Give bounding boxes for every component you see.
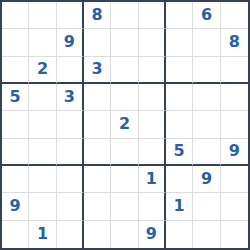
cell-r7c7[interactable]: [166, 166, 193, 193]
cell-r8c1[interactable]: 9: [2, 193, 29, 220]
cell-r3c5[interactable]: [111, 57, 138, 84]
cell-r6c3[interactable]: [57, 139, 84, 166]
cell-r1c8[interactable]: 6: [193, 2, 220, 29]
cell-r5c3[interactable]: [57, 111, 84, 138]
cell-r4c8[interactable]: [193, 84, 220, 111]
cell-r3c9[interactable]: [221, 57, 248, 84]
cell-r6c4[interactable]: [84, 139, 111, 166]
cell-r3c1[interactable]: [2, 57, 29, 84]
cell-r2c8[interactable]: [193, 29, 220, 56]
cell-r4c6[interactable]: [139, 84, 166, 111]
cell-r9c1[interactable]: [2, 221, 29, 248]
cell-r5c7[interactable]: [166, 111, 193, 138]
cell-r2c2[interactable]: [29, 29, 56, 56]
cell-r8c7[interactable]: 1: [166, 193, 193, 220]
cell-r8c9[interactable]: [221, 193, 248, 220]
cell-r2c5[interactable]: [111, 29, 138, 56]
cell-r8c6[interactable]: [139, 193, 166, 220]
cell-r6c8[interactable]: [193, 139, 220, 166]
cell-r3c8[interactable]: [193, 57, 220, 84]
cell-r8c5[interactable]: [111, 193, 138, 220]
cell-r5c4[interactable]: [84, 111, 111, 138]
cell-r3c6[interactable]: [139, 57, 166, 84]
cell-r1c9[interactable]: [221, 2, 248, 29]
cell-r1c2[interactable]: [29, 2, 56, 29]
cell-r8c2[interactable]: [29, 193, 56, 220]
cell-r1c7[interactable]: [166, 2, 193, 29]
cell-r9c4[interactable]: [84, 221, 111, 248]
cell-r6c5[interactable]: [111, 139, 138, 166]
cell-r9c6[interactable]: 9: [139, 221, 166, 248]
cell-r3c3[interactable]: [57, 57, 84, 84]
cell-r1c4[interactable]: 8: [84, 2, 111, 29]
cell-r9c3[interactable]: [57, 221, 84, 248]
cell-r6c9[interactable]: 9: [221, 139, 248, 166]
cell-r4c7[interactable]: [166, 84, 193, 111]
cell-r3c4[interactable]: 3: [84, 57, 111, 84]
cell-r3c2[interactable]: 2: [29, 57, 56, 84]
cell-r9c7[interactable]: [166, 221, 193, 248]
cell-r6c7[interactable]: 5: [166, 139, 193, 166]
cell-r2c9[interactable]: 8: [221, 29, 248, 56]
cell-r5c1[interactable]: [2, 111, 29, 138]
cell-r3c7[interactable]: [166, 57, 193, 84]
cell-r2c4[interactable]: [84, 29, 111, 56]
cell-r6c6[interactable]: [139, 139, 166, 166]
cell-r7c8[interactable]: 9: [193, 166, 220, 193]
cell-r7c6[interactable]: 1: [139, 166, 166, 193]
cell-r5c6[interactable]: [139, 111, 166, 138]
cell-r4c2[interactable]: [29, 84, 56, 111]
cell-r1c6[interactable]: [139, 2, 166, 29]
cell-r4c4[interactable]: [84, 84, 111, 111]
cell-r6c2[interactable]: [29, 139, 56, 166]
cell-r5c8[interactable]: [193, 111, 220, 138]
cell-r7c1[interactable]: [2, 166, 29, 193]
cell-r9c5[interactable]: [111, 221, 138, 248]
sudoku-board: 86982353259199119: [0, 0, 250, 250]
cell-r4c3[interactable]: 3: [57, 84, 84, 111]
cell-r4c9[interactable]: [221, 84, 248, 111]
cell-r8c3[interactable]: [57, 193, 84, 220]
cell-r6c1[interactable]: [2, 139, 29, 166]
cell-r9c8[interactable]: [193, 221, 220, 248]
cell-r2c1[interactable]: [2, 29, 29, 56]
cell-r7c2[interactable]: [29, 166, 56, 193]
cell-r5c2[interactable]: [29, 111, 56, 138]
cell-r4c5[interactable]: [111, 84, 138, 111]
cell-r2c6[interactable]: [139, 29, 166, 56]
cell-r5c9[interactable]: [221, 111, 248, 138]
cell-r2c7[interactable]: [166, 29, 193, 56]
cell-r8c8[interactable]: [193, 193, 220, 220]
cell-r7c9[interactable]: [221, 166, 248, 193]
cell-r1c1[interactable]: [2, 2, 29, 29]
cell-r1c5[interactable]: [111, 2, 138, 29]
cell-r2c3[interactable]: 9: [57, 29, 84, 56]
cell-r9c2[interactable]: 1: [29, 221, 56, 248]
cell-r4c1[interactable]: 5: [2, 84, 29, 111]
cell-r9c9[interactable]: [221, 221, 248, 248]
cell-r7c5[interactable]: [111, 166, 138, 193]
cell-r7c4[interactable]: [84, 166, 111, 193]
cell-r1c3[interactable]: [57, 2, 84, 29]
cell-r8c4[interactable]: [84, 193, 111, 220]
cell-r5c5[interactable]: 2: [111, 111, 138, 138]
cell-r7c3[interactable]: [57, 166, 84, 193]
